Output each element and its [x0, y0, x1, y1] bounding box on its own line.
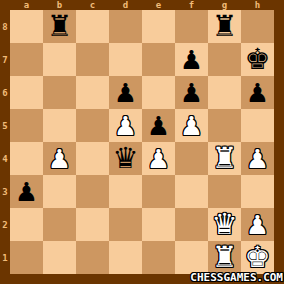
square-f7[interactable]: ♟: [175, 43, 208, 76]
square-e3[interactable]: [142, 175, 175, 208]
square-b3[interactable]: [43, 175, 76, 208]
file-label-f: f: [175, 0, 208, 10]
square-f8[interactable]: [175, 10, 208, 43]
rank-label-8: 8: [0, 10, 10, 43]
square-g7[interactable]: [208, 43, 241, 76]
square-h1[interactable]: ♚: [241, 241, 274, 274]
square-c2[interactable]: [76, 208, 109, 241]
square-h4[interactable]: ♟: [241, 142, 274, 175]
square-d1[interactable]: [109, 241, 142, 274]
black-pawn-f7: ♟: [175, 43, 208, 76]
black-queen-d4: ♛: [109, 142, 142, 175]
square-f6[interactable]: ♟: [175, 76, 208, 109]
white-king-h1: ♚: [241, 241, 274, 274]
square-f1[interactable]: [175, 241, 208, 274]
square-b1[interactable]: [43, 241, 76, 274]
square-f2[interactable]: [175, 208, 208, 241]
file-label-c: c: [76, 0, 109, 10]
square-d2[interactable]: [109, 208, 142, 241]
square-e7[interactable]: [142, 43, 175, 76]
rank-label-7: 7: [0, 43, 10, 76]
square-a3[interactable]: ♟: [10, 175, 43, 208]
square-g6[interactable]: [208, 76, 241, 109]
square-a4[interactable]: [10, 142, 43, 175]
square-b4[interactable]: ♟: [43, 142, 76, 175]
square-g5[interactable]: [208, 109, 241, 142]
square-d3[interactable]: [109, 175, 142, 208]
square-h3[interactable]: [241, 175, 274, 208]
square-b6[interactable]: [43, 76, 76, 109]
square-c7[interactable]: [76, 43, 109, 76]
rank-label-6: 6: [0, 76, 10, 109]
file-label-a: a: [10, 0, 43, 10]
square-a7[interactable]: [10, 43, 43, 76]
rank-label-5: 5: [0, 109, 10, 142]
white-pawn-f5: ♟: [175, 109, 208, 142]
chess-board-diagram: abcdefgh 87654321 ♜♜♟♚♟♟♟♟♟♟♟♛♟♜♟♟♛♟♜♚ C…: [0, 0, 284, 284]
rank-label-4: 4: [0, 142, 10, 175]
black-pawn-h6: ♟: [241, 76, 274, 109]
white-queen-g2: ♛: [208, 208, 241, 241]
square-a2[interactable]: [10, 208, 43, 241]
rank-label-1: 1: [0, 241, 10, 274]
white-pawn-d5: ♟: [109, 109, 142, 142]
square-g8[interactable]: ♜: [208, 10, 241, 43]
square-c6[interactable]: [76, 76, 109, 109]
file-label-h: h: [241, 0, 274, 10]
white-rook-g1: ♜: [208, 241, 241, 274]
square-a5[interactable]: [10, 109, 43, 142]
square-e6[interactable]: [142, 76, 175, 109]
square-a6[interactable]: [10, 76, 43, 109]
square-g2[interactable]: ♛: [208, 208, 241, 241]
square-b2[interactable]: [43, 208, 76, 241]
white-pawn-e4: ♟: [142, 142, 175, 175]
square-f3[interactable]: [175, 175, 208, 208]
square-e8[interactable]: [142, 10, 175, 43]
square-f4[interactable]: [175, 142, 208, 175]
rank-label-2: 2: [0, 208, 10, 241]
square-g1[interactable]: ♜: [208, 241, 241, 274]
square-c5[interactable]: [76, 109, 109, 142]
black-king-h7: ♚: [241, 43, 274, 76]
chess-board: ♜♜♟♚♟♟♟♟♟♟♟♛♟♜♟♟♛♟♜♚: [10, 10, 274, 274]
square-d5[interactable]: ♟: [109, 109, 142, 142]
square-d4[interactable]: ♛: [109, 142, 142, 175]
black-rook-b8: ♜: [43, 10, 76, 43]
square-e4[interactable]: ♟: [142, 142, 175, 175]
square-g3[interactable]: [208, 175, 241, 208]
black-pawn-f6: ♟: [175, 76, 208, 109]
square-c1[interactable]: [76, 241, 109, 274]
file-label-e: e: [142, 0, 175, 10]
square-b7[interactable]: [43, 43, 76, 76]
square-b8[interactable]: ♜: [43, 10, 76, 43]
rank-labels: 87654321: [0, 10, 10, 274]
square-g4[interactable]: ♜: [208, 142, 241, 175]
square-h8[interactable]: [241, 10, 274, 43]
square-e5[interactable]: ♟: [142, 109, 175, 142]
black-pawn-a3: ♟: [10, 175, 43, 208]
square-h7[interactable]: ♚: [241, 43, 274, 76]
square-c8[interactable]: [76, 10, 109, 43]
white-pawn-h4: ♟: [241, 142, 274, 175]
square-a1[interactable]: [10, 241, 43, 274]
black-pawn-e5: ♟: [142, 109, 175, 142]
square-h2[interactable]: ♟: [241, 208, 274, 241]
chessgames-brand-text: CHESSGAMES.COM: [190, 271, 283, 284]
square-b5[interactable]: [43, 109, 76, 142]
square-h6[interactable]: ♟: [241, 76, 274, 109]
rank-label-3: 3: [0, 175, 10, 208]
square-d8[interactable]: [109, 10, 142, 43]
black-rook-g8: ♜: [208, 10, 241, 43]
square-d7[interactable]: [109, 43, 142, 76]
white-pawn-b4: ♟: [43, 142, 76, 175]
black-pawn-d6: ♟: [109, 76, 142, 109]
square-e2[interactable]: [142, 208, 175, 241]
square-f5[interactable]: ♟: [175, 109, 208, 142]
square-c4[interactable]: [76, 142, 109, 175]
white-pawn-h2: ♟: [241, 208, 274, 241]
white-rook-g4: ♜: [208, 142, 241, 175]
square-e1[interactable]: [142, 241, 175, 274]
square-c3[interactable]: [76, 175, 109, 208]
square-a8[interactable]: [10, 10, 43, 43]
file-label-d: d: [109, 0, 142, 10]
square-d6[interactable]: ♟: [109, 76, 142, 109]
square-h5[interactable]: [241, 109, 274, 142]
